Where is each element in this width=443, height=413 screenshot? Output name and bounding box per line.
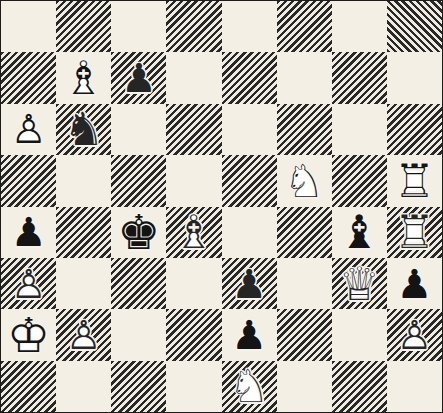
square-h6[interactable] (387, 104, 442, 155)
black-pawn-glyph: ♟ (222, 258, 277, 309)
black-pawn-piece: ♟♟ (387, 258, 442, 309)
square-c6[interactable] (111, 104, 166, 155)
white-queen-glyph: ♕ (332, 258, 387, 309)
square-b5[interactable] (56, 155, 111, 206)
white-pawn-piece: ♟♙ (387, 309, 442, 360)
square-d1[interactable] (166, 361, 221, 412)
white-pawn-glyph: ♙ (387, 309, 442, 360)
square-f2[interactable] (277, 309, 332, 360)
white-knight-piece: ♞♘ (277, 155, 332, 206)
square-h3[interactable]: ♟♟ (387, 258, 442, 309)
square-d2[interactable] (166, 309, 221, 360)
white-pawn-piece: ♟♙ (56, 309, 111, 360)
black-king-glyph: ♚ (111, 207, 166, 258)
square-b6[interactable]: ♞♞ (56, 104, 111, 155)
square-e3[interactable]: ♟♟ (222, 258, 277, 309)
white-rook-piece: ♜♖ (387, 207, 442, 258)
square-a1[interactable] (1, 361, 56, 412)
square-b1[interactable] (56, 361, 111, 412)
square-d6[interactable] (166, 104, 221, 155)
chess-board: ♝♗♟♟♟♙♞♞♞♘♜♖♟♟♚♚♝♗♝♝♜♖♟♙♟♟♛♕♟♟♚♔♟♙♟♟♟♙♞♘ (0, 0, 443, 413)
black-knight-piece: ♞♞ (56, 104, 111, 155)
square-b3[interactable] (56, 258, 111, 309)
square-a4[interactable]: ♟♟ (1, 207, 56, 258)
white-bishop-piece: ♝♗ (166, 207, 221, 258)
white-bishop-piece: ♝♗ (56, 52, 111, 103)
square-c3[interactable] (111, 258, 166, 309)
square-a3[interactable]: ♟♙ (1, 258, 56, 309)
black-bishop-piece: ♝♝ (332, 207, 387, 258)
square-d3[interactable] (166, 258, 221, 309)
square-g5[interactable] (332, 155, 387, 206)
square-b4[interactable] (56, 207, 111, 258)
square-h2[interactable]: ♟♙ (387, 309, 442, 360)
square-f7[interactable] (277, 52, 332, 103)
white-rook-glyph: ♖ (387, 155, 442, 206)
white-pawn-glyph: ♙ (56, 309, 111, 360)
square-h1[interactable] (387, 361, 442, 412)
square-c8[interactable] (111, 1, 166, 52)
square-e6[interactable] (222, 104, 277, 155)
square-e1[interactable]: ♞♘ (222, 361, 277, 412)
black-pawn-glyph: ♟ (222, 309, 277, 360)
black-pawn-glyph: ♟ (1, 207, 56, 258)
square-b7[interactable]: ♝♗ (56, 52, 111, 103)
square-e4[interactable] (222, 207, 277, 258)
square-h4[interactable]: ♜♖ (387, 207, 442, 258)
square-f4[interactable] (277, 207, 332, 258)
square-d5[interactable] (166, 155, 221, 206)
white-bishop-glyph: ♗ (56, 52, 111, 103)
square-e2[interactable]: ♟♟ (222, 309, 277, 360)
black-knight-glyph: ♞ (56, 104, 111, 155)
white-pawn-glyph: ♙ (1, 258, 56, 309)
square-c7[interactable]: ♟♟ (111, 52, 166, 103)
square-b8[interactable] (56, 1, 111, 52)
square-h5[interactable]: ♜♖ (387, 155, 442, 206)
black-pawn-piece: ♟♟ (222, 258, 277, 309)
square-g8[interactable] (332, 1, 387, 52)
scanned-chess-diagram: ♝♗♟♟♟♙♞♞♞♘♜♖♟♟♚♚♝♗♝♝♜♖♟♙♟♟♛♕♟♟♚♔♟♙♟♟♟♙♞♘ (0, 0, 443, 413)
square-c1[interactable] (111, 361, 166, 412)
white-rook-piece: ♜♖ (387, 155, 442, 206)
square-a7[interactable] (1, 52, 56, 103)
square-f8[interactable] (277, 1, 332, 52)
white-rook-glyph: ♖ (387, 207, 442, 258)
square-c2[interactable] (111, 309, 166, 360)
square-f6[interactable] (277, 104, 332, 155)
black-pawn-piece: ♟♟ (222, 309, 277, 360)
black-pawn-glyph: ♟ (387, 258, 442, 309)
black-bishop-glyph: ♝ (332, 207, 387, 258)
square-h8[interactable] (387, 1, 442, 52)
white-knight-glyph: ♘ (277, 155, 332, 206)
white-pawn-piece: ♟♙ (1, 258, 56, 309)
square-b2[interactable]: ♟♙ (56, 309, 111, 360)
square-e5[interactable] (222, 155, 277, 206)
square-d4[interactable]: ♝♗ (166, 207, 221, 258)
white-king-glyph: ♔ (1, 309, 56, 360)
square-f5[interactable]: ♞♘ (277, 155, 332, 206)
white-knight-piece: ♞♘ (222, 361, 277, 412)
square-g3[interactable]: ♛♕ (332, 258, 387, 309)
square-f3[interactable] (277, 258, 332, 309)
square-e7[interactable] (222, 52, 277, 103)
square-g4[interactable]: ♝♝ (332, 207, 387, 258)
white-knight-glyph: ♘ (222, 361, 277, 412)
black-pawn-piece: ♟♟ (111, 52, 166, 103)
black-pawn-piece: ♟♟ (1, 207, 56, 258)
square-g2[interactable] (332, 309, 387, 360)
square-g7[interactable] (332, 52, 387, 103)
square-a8[interactable] (1, 1, 56, 52)
square-e8[interactable] (222, 1, 277, 52)
black-pawn-glyph: ♟ (111, 52, 166, 103)
square-a2[interactable]: ♚♔ (1, 309, 56, 360)
white-king-piece: ♚♔ (1, 309, 56, 360)
square-d8[interactable] (166, 1, 221, 52)
square-c4[interactable]: ♚♚ (111, 207, 166, 258)
white-bishop-glyph: ♗ (166, 207, 221, 258)
square-h7[interactable] (387, 52, 442, 103)
square-d7[interactable] (166, 52, 221, 103)
square-g1[interactable] (332, 361, 387, 412)
square-c5[interactable] (111, 155, 166, 206)
square-a6[interactable]: ♟♙ (1, 104, 56, 155)
white-pawn-glyph: ♙ (1, 104, 56, 155)
white-queen-piece: ♛♕ (332, 258, 387, 309)
square-f1[interactable] (277, 361, 332, 412)
square-g6[interactable] (332, 104, 387, 155)
square-a5[interactable] (1, 155, 56, 206)
black-king-piece: ♚♚ (111, 207, 166, 258)
white-pawn-piece: ♟♙ (1, 104, 56, 155)
